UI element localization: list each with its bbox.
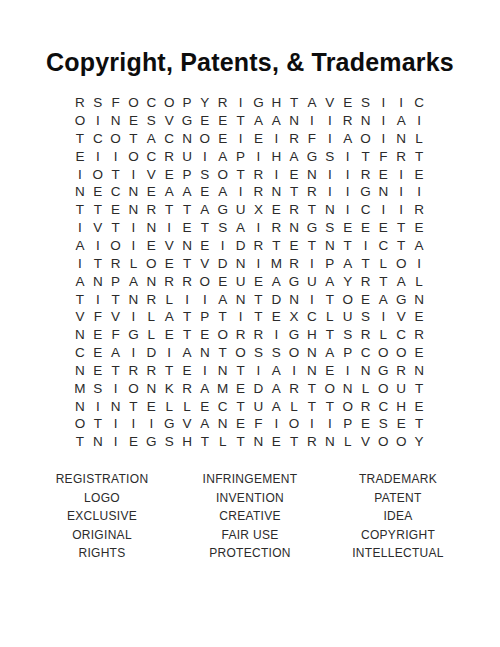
grid-cell-r2c3: N	[107, 112, 125, 130]
word-list-item: ORIGINAL	[28, 526, 176, 545]
grid-cell-r4c13: A	[285, 148, 303, 166]
word-list-item: TRADEMARK	[324, 470, 472, 489]
grid-cell-r13c15: L	[321, 308, 339, 326]
grid-cell-r15c15: A	[321, 344, 339, 362]
grid-cell-r7c18: I	[374, 201, 392, 219]
grid-cell-r16c10: T	[232, 362, 250, 380]
grid-cell-r18c7: L	[178, 397, 196, 415]
grid-cell-r9c16: T	[339, 237, 357, 255]
grid-cell-r16c8: I	[196, 362, 214, 380]
grid-cell-r5c7: P	[178, 165, 196, 183]
grid-cell-r13c10: I	[232, 308, 250, 326]
grid-cell-r14c17: R	[357, 326, 375, 344]
grid-cell-r16c5: R	[142, 362, 160, 380]
grid-cell-r14c13: G	[285, 326, 303, 344]
grid-cell-r6c1: N	[71, 183, 89, 201]
grid-cell-r20c3: I	[107, 433, 125, 451]
grid-cell-r8c13: N	[285, 219, 303, 237]
grid-cell-r4c20: T	[410, 148, 428, 166]
word-list-item: EXCLUSIVE	[28, 507, 176, 526]
grid-cell-r1c13: T	[285, 94, 303, 112]
grid-cell-r9c11: R	[250, 237, 268, 255]
grid-cell-r8c16: E	[339, 219, 357, 237]
grid-cell-r16c20: N	[410, 362, 428, 380]
grid-cell-r16c19: R	[392, 362, 410, 380]
grid-cell-r2c8: E	[196, 112, 214, 130]
grid-cell-r15c13: O	[285, 344, 303, 362]
grid-cell-r2c5: S	[142, 112, 160, 130]
grid-cell-r7c1: T	[71, 201, 89, 219]
grid-cell-r6c18: N	[374, 183, 392, 201]
word-search-page: Copyright, Patents, & Trademarks RSFOCOP…	[0, 0, 500, 647]
grid-cell-r4c4: O	[125, 148, 143, 166]
grid-cell-r1c6: O	[160, 94, 178, 112]
grid-cell-r3c6: C	[160, 130, 178, 148]
grid-cell-r14c11: R	[250, 326, 268, 344]
grid-cell-r17c13: R	[285, 380, 303, 398]
grid-cell-r15c14: N	[303, 344, 321, 362]
grid-cell-r5c4: I	[125, 165, 143, 183]
grid-cell-r19c6: G	[160, 415, 178, 433]
grid-cell-r6c7: A	[178, 183, 196, 201]
grid-cell-r15c12: S	[267, 344, 285, 362]
grid-cell-r9c19: T	[392, 237, 410, 255]
grid-cell-r1c14: A	[303, 94, 321, 112]
grid-cell-r19c4: I	[125, 415, 143, 433]
grid-cell-r11c10: U	[232, 273, 250, 291]
grid-cell-r5c19: I	[392, 165, 410, 183]
grid-cell-r1c8: Y	[196, 94, 214, 112]
grid-cell-r8c3: T	[107, 219, 125, 237]
grid-cell-r1c17: S	[357, 94, 375, 112]
grid-cell-r1c1: R	[71, 94, 89, 112]
grid-cell-r13c7: T	[178, 308, 196, 326]
grid-cell-r10c14: I	[303, 255, 321, 273]
grid-cell-r18c9: C	[214, 397, 232, 415]
grid-cell-r7c15: N	[321, 201, 339, 219]
grid-cell-r6c2: E	[89, 183, 107, 201]
grid-cell-r18c8: E	[196, 397, 214, 415]
grid-cell-r18c17: R	[357, 397, 375, 415]
grid-cell-r9c4: I	[125, 237, 143, 255]
grid-cell-r15c11: S	[250, 344, 268, 362]
grid-cell-r13c20: E	[410, 308, 428, 326]
grid-cell-r7c2: T	[89, 201, 107, 219]
grid-cell-r16c12: A	[267, 362, 285, 380]
grid-cell-r1c9: R	[214, 94, 232, 112]
grid-cell-r14c14: H	[303, 326, 321, 344]
word-list-item: PATENT	[324, 489, 472, 508]
grid-cell-r2c13: N	[285, 112, 303, 130]
grid-cell-r12c9: A	[214, 290, 232, 308]
grid-cell-r20c12: E	[267, 433, 285, 451]
grid-cell-r18c1: N	[71, 397, 89, 415]
grid-cell-r12c2: I	[89, 290, 107, 308]
grid-cell-r7c3: E	[107, 201, 125, 219]
grid-cell-r6c10: I	[232, 183, 250, 201]
grid-cell-r14c6: E	[160, 326, 178, 344]
grid-cell-r8c17: E	[357, 219, 375, 237]
grid-cell-r20c14: R	[303, 433, 321, 451]
grid-cell-r9c18: C	[374, 237, 392, 255]
grid-cell-r13c19: V	[392, 308, 410, 326]
grid-cell-r8c18: E	[374, 219, 392, 237]
grid-cell-r18c5: E	[142, 397, 160, 415]
grid-cell-r9c5: E	[142, 237, 160, 255]
grid-cell-r15c17: C	[357, 344, 375, 362]
grid-cell-r11c9: E	[214, 273, 232, 291]
grid-cell-r14c7: T	[178, 326, 196, 344]
grid-cell-r15c10: O	[232, 344, 250, 362]
grid-cell-r7c12: E	[267, 201, 285, 219]
grid-cell-r13c4: I	[125, 308, 143, 326]
grid-cell-r14c12: I	[267, 326, 285, 344]
grid-cell-r10c17: T	[357, 255, 375, 273]
grid-cell-r17c17: L	[357, 380, 375, 398]
grid-cell-r4c17: T	[357, 148, 375, 166]
grid-cell-r6c3: C	[107, 183, 125, 201]
grid-cell-r19c15: I	[321, 415, 339, 433]
grid-cell-r20c6: S	[160, 433, 178, 451]
grid-cell-r8c12: R	[267, 219, 285, 237]
grid-cell-r6c15: I	[321, 183, 339, 201]
grid-cell-r8c2: V	[89, 219, 107, 237]
grid-cell-r13c12: E	[267, 308, 285, 326]
grid-cell-r12c15: T	[321, 290, 339, 308]
grid-cell-r5c16: I	[339, 165, 357, 183]
grid-cell-r10c9: D	[214, 255, 232, 273]
grid-cell-r9c15: N	[321, 237, 339, 255]
grid-cell-r15c1: C	[71, 344, 89, 362]
grid-cell-r13c8: P	[196, 308, 214, 326]
grid-cell-r8c4: I	[125, 219, 143, 237]
grid-cell-r10c6: E	[160, 255, 178, 273]
grid-cell-r12c7: I	[178, 290, 196, 308]
grid-cell-r6c9: A	[214, 183, 232, 201]
grid-cell-r8c11: I	[250, 219, 268, 237]
word-list-column-2: INFRINGEMENTINVENTIONCREATIVEFAIR USEPRO…	[176, 470, 324, 563]
grid-cell-r8c7: E	[178, 219, 196, 237]
grid-cell-r18c20: E	[410, 397, 428, 415]
grid-cell-r8c15: S	[321, 219, 339, 237]
word-list-item: CREATIVE	[176, 507, 324, 526]
grid-cell-r11c12: A	[267, 273, 285, 291]
grid-cell-r4c3: I	[107, 148, 125, 166]
grid-cell-r10c18: L	[374, 255, 392, 273]
grid-cell-r19c10: E	[232, 415, 250, 433]
grid-cell-r12c3: T	[107, 290, 125, 308]
grid-cell-r11c6: R	[160, 273, 178, 291]
grid-cell-r17c2: S	[89, 380, 107, 398]
grid-cell-r14c16: S	[339, 326, 357, 344]
puzzle-title: Copyright, Patents, & Trademarks	[0, 48, 500, 77]
grid-cell-r17c7: R	[178, 380, 196, 398]
word-list-item: IDEA	[324, 507, 472, 526]
grid-cell-r17c15: O	[321, 380, 339, 398]
grid-cell-r15c8: N	[196, 344, 214, 362]
grid-cell-r2c17: N	[357, 112, 375, 130]
grid-cell-r6c8: E	[196, 183, 214, 201]
word-list-item: INTELLECTUAL	[324, 544, 472, 563]
grid-cell-r4c16: I	[339, 148, 357, 166]
grid-cell-r2c15: I	[321, 112, 339, 130]
grid-cell-r2c18: I	[374, 112, 392, 130]
grid-cell-r3c12: I	[267, 130, 285, 148]
grid-cell-r12c5: R	[142, 290, 160, 308]
grid-cell-r12c16: O	[339, 290, 357, 308]
grid-cell-r17c12: A	[267, 380, 285, 398]
grid-cell-r9c20: A	[410, 237, 428, 255]
grid-cell-r1c11: G	[250, 94, 268, 112]
grid-cell-r6c14: R	[303, 183, 321, 201]
grid-cell-r16c3: T	[107, 362, 125, 380]
grid-cell-r9c17: I	[357, 237, 375, 255]
grid-cell-r12c6: L	[160, 290, 178, 308]
grid-cell-r18c13: L	[285, 397, 303, 415]
grid-cell-r7c13: R	[285, 201, 303, 219]
grid-cell-r1c16: E	[339, 94, 357, 112]
grid-cell-r8c20: E	[410, 219, 428, 237]
grid-cell-r20c7: H	[178, 433, 196, 451]
grid-cell-r8c1: I	[71, 219, 89, 237]
grid-cell-r15c7: A	[178, 344, 196, 362]
grid-cell-r17c11: D	[250, 380, 268, 398]
grid-cell-r13c17: S	[357, 308, 375, 326]
grid-cell-r6c13: T	[285, 183, 303, 201]
grid-cell-r3c13: R	[285, 130, 303, 148]
grid-cell-r19c11: F	[250, 415, 268, 433]
grid-cell-r15c2: E	[89, 344, 107, 362]
grid-cell-r17c16: N	[339, 380, 357, 398]
grid-cell-r17c1: M	[71, 380, 89, 398]
grid-cell-r9c3: O	[107, 237, 125, 255]
grid-cell-r18c10: T	[232, 397, 250, 415]
word-list-item: FAIR USE	[176, 526, 324, 545]
grid-cell-r16c17: N	[357, 362, 375, 380]
grid-cell-r20c11: N	[250, 433, 268, 451]
grid-cell-r4c18: F	[374, 148, 392, 166]
grid-cell-r12c14: I	[303, 290, 321, 308]
grid-cell-r11c18: T	[374, 273, 392, 291]
grid-cell-r9c6: V	[160, 237, 178, 255]
grid-cell-r14c9: O	[214, 326, 232, 344]
word-list-item: LOGO	[28, 489, 176, 508]
grid-cell-r19c14: I	[303, 415, 321, 433]
grid-cell-r1c12: H	[267, 94, 285, 112]
grid-cell-r2c7: G	[178, 112, 196, 130]
grid-cell-r11c17: R	[357, 273, 375, 291]
grid-cell-r13c6: A	[160, 308, 178, 326]
grid-cell-r5c13: E	[285, 165, 303, 183]
grid-cell-r4c10: P	[232, 148, 250, 166]
grid-cell-r14c5: L	[142, 326, 160, 344]
grid-cell-r19c20: T	[410, 415, 428, 433]
grid-cell-r1c20: C	[410, 94, 428, 112]
grid-cell-r18c18: C	[374, 397, 392, 415]
grid-cell-r19c9: N	[214, 415, 232, 433]
grid-cell-r19c7: V	[178, 415, 196, 433]
grid-cell-r18c6: L	[160, 397, 178, 415]
grid-cell-r17c9: M	[214, 380, 232, 398]
grid-cell-r17c5: N	[142, 380, 160, 398]
grid-cell-r20c15: N	[321, 433, 339, 451]
grid-cell-r12c13: N	[285, 290, 303, 308]
grid-cell-r11c19: A	[392, 273, 410, 291]
grid-cell-r2c4: E	[125, 112, 143, 130]
grid-cell-r7c9: G	[214, 201, 232, 219]
grid-cell-r19c17: E	[357, 415, 375, 433]
grid-cell-r13c11: T	[250, 308, 268, 326]
grid-cell-r9c13: E	[285, 237, 303, 255]
grid-cell-r7c10: U	[232, 201, 250, 219]
grid-cell-r11c8: O	[196, 273, 214, 291]
word-list: REGISTRATIONLOGOEXCLUSIVEORIGINALRIGHTSI…	[28, 470, 472, 563]
grid-cell-r3c2: C	[89, 130, 107, 148]
grid-cell-r10c13: R	[285, 255, 303, 273]
grid-cell-r20c4: E	[125, 433, 143, 451]
grid-cell-r10c11: I	[250, 255, 268, 273]
grid-cell-r5c3: T	[107, 165, 125, 183]
grid-cell-r10c15: P	[321, 255, 339, 273]
grid-cell-r20c19: O	[392, 433, 410, 451]
grid-cell-r12c17: E	[357, 290, 375, 308]
grid-cell-r11c20: L	[410, 273, 428, 291]
grid-cell-r13c9: T	[214, 308, 232, 326]
grid-cell-r3c1: T	[71, 130, 89, 148]
grid-cell-r8c14: G	[303, 219, 321, 237]
grid-cell-r16c4: R	[125, 362, 143, 380]
grid-cell-r18c19: H	[392, 397, 410, 415]
grid-cell-r12c8: I	[196, 290, 214, 308]
grid-cell-r3c15: I	[321, 130, 339, 148]
grid-cell-r20c1: T	[71, 433, 89, 451]
grid-cell-r3c14: F	[303, 130, 321, 148]
grid-cell-r4c8: I	[196, 148, 214, 166]
grid-cell-r17c6: K	[160, 380, 178, 398]
grid-cell-r10c3: R	[107, 255, 125, 273]
grid-cell-r10c8: V	[196, 255, 214, 273]
grid-cell-r11c5: N	[142, 273, 160, 291]
grid-cell-r14c4: G	[125, 326, 143, 344]
grid-cell-r11c2: N	[89, 273, 107, 291]
grid-cell-r12c4: N	[125, 290, 143, 308]
grid-cell-r19c8: A	[196, 415, 214, 433]
grid-cell-r6c6: A	[160, 183, 178, 201]
grid-cell-r2c11: A	[250, 112, 268, 130]
grid-cell-r5c6: E	[160, 165, 178, 183]
grid-cell-r7c6: T	[160, 201, 178, 219]
grid-cell-r6c5: E	[142, 183, 160, 201]
grid-cell-r10c19: O	[392, 255, 410, 273]
grid-cell-r17c4: O	[125, 380, 143, 398]
grid-cell-r9c14: T	[303, 237, 321, 255]
grid-cell-r7c11: X	[250, 201, 268, 219]
grid-cell-r2c10: T	[232, 112, 250, 130]
grid-cell-r1c5: C	[142, 94, 160, 112]
grid-cell-r14c2: E	[89, 326, 107, 344]
grid-cell-r17c14: T	[303, 380, 321, 398]
grid-cell-r20c9: L	[214, 433, 232, 451]
grid-cell-r11c13: G	[285, 273, 303, 291]
grid-cell-r4c2: I	[89, 148, 107, 166]
grid-cell-r6c12: N	[267, 183, 285, 201]
grid-cell-r15c16: P	[339, 344, 357, 362]
grid-cell-r13c14: C	[303, 308, 321, 326]
grid-cell-r15c19: O	[392, 344, 410, 362]
grid-cell-r12c12: D	[267, 290, 285, 308]
grid-cell-r3c3: O	[107, 130, 125, 148]
grid-cell-r3c10: I	[232, 130, 250, 148]
grid-cell-r16c6: T	[160, 362, 178, 380]
grid-cell-r1c18: I	[374, 94, 392, 112]
grid-cell-r2c19: A	[392, 112, 410, 130]
grid-cell-r18c15: T	[321, 397, 339, 415]
grid-cell-r2c14: I	[303, 112, 321, 130]
grid-cell-r7c7: T	[178, 201, 196, 219]
word-list-column-3: TRADEMARKPATENTIDEACOPYRIGHTINTELLECTUAL	[324, 470, 472, 563]
grid-cell-r16c13: I	[285, 362, 303, 380]
grid-cell-r13c16: U	[339, 308, 357, 326]
grid-cell-r11c15: A	[321, 273, 339, 291]
grid-cell-r10c7: T	[178, 255, 196, 273]
grid-cell-r7c17: C	[357, 201, 375, 219]
grid-cell-r14c10: R	[232, 326, 250, 344]
grid-cell-r14c15: T	[321, 326, 339, 344]
grid-cell-r7c5: R	[142, 201, 160, 219]
grid-cell-r3c8: O	[196, 130, 214, 148]
grid-cell-r3c4: T	[125, 130, 143, 148]
grid-cell-r14c3: F	[107, 326, 125, 344]
grid-cell-r8c6: I	[160, 219, 178, 237]
grid-cell-r5c12: I	[267, 165, 285, 183]
grid-cell-r19c18: S	[374, 415, 392, 433]
grid-cell-r1c7: P	[178, 94, 196, 112]
grid-cell-r16c14: N	[303, 362, 321, 380]
grid-cell-r11c3: P	[107, 273, 125, 291]
grid-cell-r8c9: S	[214, 219, 232, 237]
grid-cell-r7c4: N	[125, 201, 143, 219]
grid-cell-r6c19: I	[392, 183, 410, 201]
grid-cell-r16c2: E	[89, 362, 107, 380]
grid-cell-r20c16: L	[339, 433, 357, 451]
grid-cell-r4c11: I	[250, 148, 268, 166]
word-list-column-1: REGISTRATIONLOGOEXCLUSIVEORIGINALRIGHTS	[28, 470, 176, 563]
grid-cell-r5c5: V	[142, 165, 160, 183]
grid-cell-r7c16: I	[339, 201, 357, 219]
grid-cell-r2c9: E	[214, 112, 232, 130]
grid-cell-r20c20: Y	[410, 433, 428, 451]
grid-cell-r7c20: R	[410, 201, 428, 219]
grid-cell-r14c20: R	[410, 326, 428, 344]
grid-cell-r10c16: A	[339, 255, 357, 273]
word-list-item: COPYRIGHT	[324, 526, 472, 545]
grid-cell-r20c18: O	[374, 433, 392, 451]
grid-cell-r18c12: A	[267, 397, 285, 415]
grid-cell-r18c2: I	[89, 397, 107, 415]
grid-cell-r9c9: I	[214, 237, 232, 255]
grid-cell-r6c4: N	[125, 183, 143, 201]
grid-cell-r20c2: N	[89, 433, 107, 451]
grid-cell-r2c20: I	[410, 112, 428, 130]
grid-cell-r19c1: O	[71, 415, 89, 433]
grid-cell-r7c8: A	[196, 201, 214, 219]
grid-cell-r5c18: E	[374, 165, 392, 183]
grid-cell-r6c11: R	[250, 183, 268, 201]
grid-cell-r11c4: A	[125, 273, 143, 291]
grid-cell-r9c1: A	[71, 237, 89, 255]
grid-cell-r9c2: I	[89, 237, 107, 255]
grid-cell-r5c2: O	[89, 165, 107, 183]
